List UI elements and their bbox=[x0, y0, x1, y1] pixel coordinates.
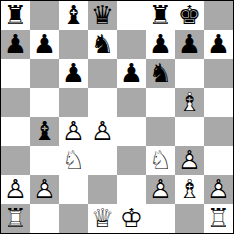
square-h6[interactable] bbox=[204, 59, 233, 88]
square-c4[interactable]: ♟♙ bbox=[59, 117, 88, 146]
black-pawn-c6-icon: ♟ bbox=[59, 59, 88, 88]
square-c1[interactable] bbox=[59, 204, 88, 233]
square-d7[interactable]: ♞ bbox=[88, 30, 117, 59]
square-b8[interactable] bbox=[30, 1, 59, 30]
square-f3[interactable]: ♞♘ bbox=[146, 146, 175, 175]
square-c3[interactable]: ♞♘ bbox=[59, 146, 88, 175]
black-pawn-f7-icon: ♟ bbox=[146, 30, 175, 59]
square-g6[interactable] bbox=[175, 59, 204, 88]
square-f7[interactable]: ♟ bbox=[146, 30, 175, 59]
square-e1[interactable]: ♚♔ bbox=[117, 204, 146, 233]
square-a8[interactable]: ♜ bbox=[1, 1, 30, 30]
square-h2[interactable]: ♟♙ bbox=[204, 175, 233, 204]
black-bishop-b4-icon: ♝ bbox=[30, 117, 59, 146]
square-a6[interactable] bbox=[1, 59, 30, 88]
black-pawn-g7-icon: ♟ bbox=[175, 30, 204, 59]
square-h8[interactable] bbox=[204, 1, 233, 30]
square-f2[interactable]: ♟♙ bbox=[146, 175, 175, 204]
square-h7[interactable]: ♟ bbox=[204, 30, 233, 59]
black-pawn-b7-icon: ♟ bbox=[30, 30, 59, 59]
square-a2[interactable]: ♟♙ bbox=[1, 175, 30, 204]
white-pawn-c4-icon: ♙ bbox=[59, 117, 88, 146]
square-d4[interactable]: ♟♙ bbox=[88, 117, 117, 146]
black-pawn-e6-icon: ♟ bbox=[117, 59, 146, 88]
square-g5[interactable]: ♝♗ bbox=[175, 88, 204, 117]
square-a4[interactable] bbox=[1, 117, 30, 146]
square-b4[interactable]: ♝ bbox=[30, 117, 59, 146]
black-rook-a8-icon: ♜ bbox=[1, 1, 30, 30]
square-g7[interactable]: ♟ bbox=[175, 30, 204, 59]
white-queen-d1-icon: ♕ bbox=[88, 204, 117, 233]
white-pawn-f2-icon: ♙ bbox=[146, 175, 175, 204]
square-e8[interactable] bbox=[117, 1, 146, 30]
square-c5[interactable] bbox=[59, 88, 88, 117]
square-h4[interactable] bbox=[204, 117, 233, 146]
black-knight-f6-icon: ♞ bbox=[146, 59, 175, 88]
white-rook-h1-icon: ♖ bbox=[204, 204, 233, 233]
chess-diagram: ♜♝♛♜♚♟♟♞♟♟♟♟♟♞♝♗♝♟♙♟♙♞♘♞♘♟♙♟♙♟♙♟♙♝♗♟♙♜♖♛… bbox=[0, 0, 234, 234]
white-king-e1-icon: ♔ bbox=[117, 204, 146, 233]
square-b2[interactable]: ♟♙ bbox=[30, 175, 59, 204]
square-d3[interactable] bbox=[88, 146, 117, 175]
square-a7[interactable]: ♟ bbox=[1, 30, 30, 59]
square-a5[interactable] bbox=[1, 88, 30, 117]
white-knight-f3-icon: ♘ bbox=[146, 146, 175, 175]
square-c6[interactable]: ♟ bbox=[59, 59, 88, 88]
white-pawn-d4-icon: ♙ bbox=[88, 117, 117, 146]
square-e4[interactable] bbox=[117, 117, 146, 146]
chess-board: ♜♝♛♜♚♟♟♞♟♟♟♟♟♞♝♗♝♟♙♟♙♞♘♞♘♟♙♟♙♟♙♟♙♝♗♟♙♜♖♛… bbox=[1, 1, 233, 233]
black-bishop-c8-icon: ♝ bbox=[59, 1, 88, 30]
square-f6[interactable]: ♞ bbox=[146, 59, 175, 88]
white-pawn-g3-icon: ♙ bbox=[175, 146, 204, 175]
square-f4[interactable] bbox=[146, 117, 175, 146]
white-pawn-h2-icon: ♙ bbox=[204, 175, 233, 204]
square-c7[interactable] bbox=[59, 30, 88, 59]
square-c8[interactable]: ♝ bbox=[59, 1, 88, 30]
square-f8[interactable]: ♜ bbox=[146, 1, 175, 30]
square-h3[interactable] bbox=[204, 146, 233, 175]
square-c2[interactable] bbox=[59, 175, 88, 204]
square-h1[interactable]: ♜♖ bbox=[204, 204, 233, 233]
white-rook-a1-icon: ♖ bbox=[1, 204, 30, 233]
square-b7[interactable]: ♟ bbox=[30, 30, 59, 59]
square-f1[interactable] bbox=[146, 204, 175, 233]
square-e7[interactable] bbox=[117, 30, 146, 59]
square-d1[interactable]: ♛♕ bbox=[88, 204, 117, 233]
square-d2[interactable] bbox=[88, 175, 117, 204]
white-pawn-b2-icon: ♙ bbox=[30, 175, 59, 204]
square-e5[interactable] bbox=[117, 88, 146, 117]
square-d5[interactable] bbox=[88, 88, 117, 117]
square-b1[interactable] bbox=[30, 204, 59, 233]
white-bishop-g5-icon: ♗ bbox=[175, 88, 204, 117]
black-queen-d8-icon: ♛ bbox=[88, 1, 117, 30]
square-g8[interactable]: ♚ bbox=[175, 1, 204, 30]
square-b3[interactable] bbox=[30, 146, 59, 175]
square-e3[interactable] bbox=[117, 146, 146, 175]
square-b6[interactable] bbox=[30, 59, 59, 88]
black-king-g8-icon: ♚ bbox=[175, 1, 204, 30]
square-f5[interactable] bbox=[146, 88, 175, 117]
white-knight-c3-icon: ♘ bbox=[59, 146, 88, 175]
black-rook-f8-icon: ♜ bbox=[146, 1, 175, 30]
white-bishop-g2-icon: ♗ bbox=[175, 175, 204, 204]
square-d8[interactable]: ♛ bbox=[88, 1, 117, 30]
square-g4[interactable] bbox=[175, 117, 204, 146]
black-pawn-a7-icon: ♟ bbox=[1, 30, 30, 59]
square-h5[interactable] bbox=[204, 88, 233, 117]
square-a1[interactable]: ♜♖ bbox=[1, 204, 30, 233]
black-pawn-h7-icon: ♟ bbox=[204, 30, 233, 59]
square-g2[interactable]: ♝♗ bbox=[175, 175, 204, 204]
square-b5[interactable] bbox=[30, 88, 59, 117]
square-g1[interactable] bbox=[175, 204, 204, 233]
square-a3[interactable] bbox=[1, 146, 30, 175]
square-e6[interactable]: ♟ bbox=[117, 59, 146, 88]
square-g3[interactable]: ♟♙ bbox=[175, 146, 204, 175]
square-d6[interactable] bbox=[88, 59, 117, 88]
square-e2[interactable] bbox=[117, 175, 146, 204]
white-pawn-a2-icon: ♙ bbox=[1, 175, 30, 204]
black-knight-d7-icon: ♞ bbox=[88, 30, 117, 59]
